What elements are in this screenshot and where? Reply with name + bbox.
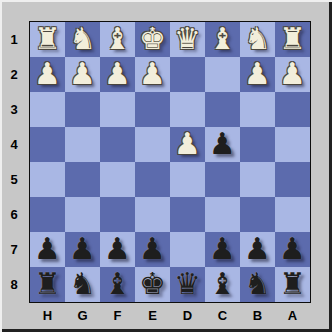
- square-g5[interactable]: [65, 162, 100, 197]
- square-f7[interactable]: ♟: [100, 232, 135, 267]
- square-b3[interactable]: [240, 92, 275, 127]
- file-label-f: F: [100, 302, 135, 329]
- square-b7[interactable]: ♟: [240, 232, 275, 267]
- square-b4[interactable]: [240, 127, 275, 162]
- piece-black-queen[interactable]: ♛: [174, 269, 201, 299]
- square-g2[interactable]: ♟: [65, 57, 100, 92]
- square-f1[interactable]: ♝: [100, 22, 135, 57]
- square-g8[interactable]: ♞: [65, 267, 100, 302]
- square-f2[interactable]: ♟: [100, 57, 135, 92]
- rank-label-1: 1: [0, 22, 28, 57]
- square-e8[interactable]: ♚: [135, 267, 170, 302]
- piece-white-knight[interactable]: ♞: [69, 24, 96, 54]
- file-labels: HGFEDCBA: [30, 302, 310, 329]
- square-d6[interactable]: [170, 197, 205, 232]
- square-e7[interactable]: ♟: [135, 232, 170, 267]
- square-d7[interactable]: [170, 232, 205, 267]
- square-d5[interactable]: [170, 162, 205, 197]
- square-b1[interactable]: ♞: [240, 22, 275, 57]
- file-label-b: B: [240, 302, 275, 329]
- square-a2[interactable]: ♟: [275, 57, 310, 92]
- square-d3[interactable]: [170, 92, 205, 127]
- piece-white-rook[interactable]: ♜: [279, 24, 306, 54]
- square-h8[interactable]: ♜: [30, 267, 65, 302]
- rank-label-6: 6: [0, 197, 28, 232]
- square-f4[interactable]: [100, 127, 135, 162]
- square-e5[interactable]: [135, 162, 170, 197]
- square-c1[interactable]: ♝: [205, 22, 240, 57]
- piece-black-knight[interactable]: ♞: [69, 269, 96, 299]
- square-g4[interactable]: [65, 127, 100, 162]
- board[interactable]: ♜♞♝♚♛♝♞♜♟♟♟♟♟♟♟♟♟♟♟♟♟♟♟♜♞♝♚♛♝♞♜: [29, 21, 311, 303]
- square-f5[interactable]: [100, 162, 135, 197]
- piece-black-pawn[interactable]: ♟: [279, 234, 306, 264]
- piece-white-king[interactable]: ♚: [139, 24, 166, 54]
- square-g7[interactable]: ♟: [65, 232, 100, 267]
- piece-black-pawn[interactable]: ♟: [139, 234, 166, 264]
- square-c5[interactable]: [205, 162, 240, 197]
- piece-white-pawn[interactable]: ♟: [279, 59, 306, 89]
- file-label-g: G: [65, 302, 100, 329]
- square-e4[interactable]: [135, 127, 170, 162]
- piece-white-rook[interactable]: ♜: [34, 24, 61, 54]
- piece-white-pawn[interactable]: ♟: [174, 129, 201, 159]
- square-h3[interactable]: [30, 92, 65, 127]
- square-b8[interactable]: ♞: [240, 267, 275, 302]
- piece-black-pawn[interactable]: ♟: [209, 129, 236, 159]
- square-d1[interactable]: ♛: [170, 22, 205, 57]
- square-d2[interactable]: [170, 57, 205, 92]
- rank-label-2: 2: [0, 57, 28, 92]
- rank-label-7: 7: [0, 232, 28, 267]
- square-h5[interactable]: [30, 162, 65, 197]
- file-label-a: A: [275, 302, 310, 329]
- square-a6[interactable]: [275, 197, 310, 232]
- piece-white-pawn[interactable]: ♟: [104, 59, 131, 89]
- square-c4[interactable]: ♟: [205, 127, 240, 162]
- piece-black-bishop[interactable]: ♝: [104, 269, 131, 299]
- file-label-d: D: [170, 302, 205, 329]
- square-a3[interactable]: [275, 92, 310, 127]
- piece-black-pawn[interactable]: ♟: [34, 234, 61, 264]
- square-h1[interactable]: ♜: [30, 22, 65, 57]
- square-c3[interactable]: [205, 92, 240, 127]
- piece-black-pawn[interactable]: ♟: [69, 234, 96, 264]
- piece-black-bishop[interactable]: ♝: [209, 269, 236, 299]
- file-label-e: E: [135, 302, 170, 329]
- square-h7[interactable]: ♟: [30, 232, 65, 267]
- square-b6[interactable]: [240, 197, 275, 232]
- file-label-c: C: [205, 302, 240, 329]
- square-d8[interactable]: ♛: [170, 267, 205, 302]
- square-a5[interactable]: [275, 162, 310, 197]
- piece-white-queen[interactable]: ♛: [174, 24, 201, 54]
- piece-black-king[interactable]: ♚: [139, 269, 166, 299]
- piece-white-knight[interactable]: ♞: [244, 24, 271, 54]
- square-g3[interactable]: [65, 92, 100, 127]
- piece-white-pawn[interactable]: ♟: [34, 59, 61, 89]
- square-c6[interactable]: [205, 197, 240, 232]
- square-a7[interactable]: ♟: [275, 232, 310, 267]
- rank-label-3: 3: [0, 92, 28, 127]
- rank-labels: 12345678: [0, 22, 28, 302]
- square-c8[interactable]: ♝: [205, 267, 240, 302]
- piece-black-pawn[interactable]: ♟: [209, 234, 236, 264]
- piece-black-knight[interactable]: ♞: [244, 269, 271, 299]
- square-a8[interactable]: ♜: [275, 267, 310, 302]
- piece-white-bishop[interactable]: ♝: [104, 24, 131, 54]
- rank-label-8: 8: [0, 267, 28, 302]
- square-b5[interactable]: [240, 162, 275, 197]
- piece-black-rook[interactable]: ♜: [279, 269, 306, 299]
- piece-white-pawn[interactable]: ♟: [244, 59, 271, 89]
- square-e1[interactable]: ♚: [135, 22, 170, 57]
- piece-white-pawn[interactable]: ♟: [139, 59, 166, 89]
- square-c2[interactable]: [205, 57, 240, 92]
- square-e3[interactable]: [135, 92, 170, 127]
- piece-black-pawn[interactable]: ♟: [104, 234, 131, 264]
- square-g6[interactable]: [65, 197, 100, 232]
- piece-black-rook[interactable]: ♜: [34, 269, 61, 299]
- square-e2[interactable]: ♟: [135, 57, 170, 92]
- file-label-h: H: [30, 302, 65, 329]
- piece-white-pawn[interactable]: ♟: [69, 59, 96, 89]
- square-b2[interactable]: ♟: [240, 57, 275, 92]
- square-h2[interactable]: ♟: [30, 57, 65, 92]
- rank-label-5: 5: [0, 162, 28, 197]
- piece-white-bishop[interactable]: ♝: [209, 24, 236, 54]
- square-c7[interactable]: ♟: [205, 232, 240, 267]
- square-g1[interactable]: ♞: [65, 22, 100, 57]
- square-f6[interactable]: [100, 197, 135, 232]
- piece-black-pawn[interactable]: ♟: [244, 234, 271, 264]
- square-h4[interactable]: [30, 127, 65, 162]
- square-h6[interactable]: [30, 197, 65, 232]
- square-d4[interactable]: ♟: [170, 127, 205, 162]
- square-a1[interactable]: ♜: [275, 22, 310, 57]
- square-f3[interactable]: [100, 92, 135, 127]
- chessboard-window: 12345678 ♜♞♝♚♛♝♞♜♟♟♟♟♟♟♟♟♟♟♟♟♟♟♟♜♞♝♚♛♝♞♜…: [0, 0, 332, 332]
- square-a4[interactable]: [275, 127, 310, 162]
- square-e6[interactable]: [135, 197, 170, 232]
- square-f8[interactable]: ♝: [100, 267, 135, 302]
- rank-label-4: 4: [0, 127, 28, 162]
